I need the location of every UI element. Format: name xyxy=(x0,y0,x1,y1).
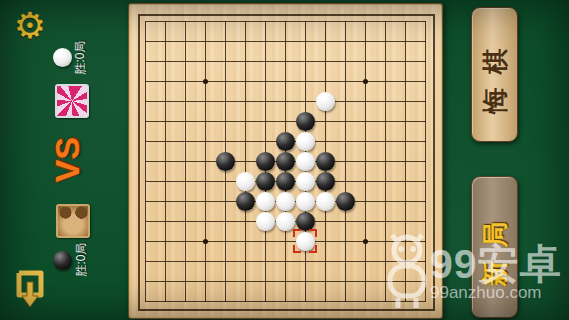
new-game-button[interactable]: 新局 xyxy=(471,176,518,318)
stone-black xyxy=(276,132,295,151)
stone-white xyxy=(296,152,315,171)
stone-black xyxy=(276,172,295,191)
star-point xyxy=(203,239,208,244)
stone-white xyxy=(296,232,315,251)
star-point xyxy=(203,79,208,84)
stone-white xyxy=(236,172,255,191)
stone-white xyxy=(296,172,315,191)
stone-white xyxy=(256,192,275,211)
stone-white xyxy=(256,212,275,231)
stone-black xyxy=(316,152,335,171)
gomoku-board[interactable] xyxy=(128,3,443,319)
vs-label: VS xyxy=(36,127,100,191)
stone-white xyxy=(296,192,315,211)
player-bottom-record-label: 胜:0局 xyxy=(72,242,89,276)
player-top-record: 胜:0局 xyxy=(57,34,103,80)
stone-black xyxy=(296,212,315,231)
stone-black xyxy=(316,172,335,191)
stone-white xyxy=(276,212,295,231)
stone-black xyxy=(236,192,255,211)
stone-black xyxy=(336,192,355,211)
stone-black xyxy=(296,112,315,131)
stone-black xyxy=(256,172,275,191)
new-game-label: 新局 xyxy=(477,208,512,286)
settings-gear-icon[interactable]: ⚙ xyxy=(8,4,52,48)
stone-black xyxy=(216,152,235,171)
game-screen: ⚙ 胜:0局 VS 胜:0局 悔棋 新局 xyxy=(0,0,569,320)
star-point xyxy=(363,79,368,84)
vs-text: VS xyxy=(48,136,87,181)
stone-white xyxy=(296,132,315,151)
player-top-record-label: 胜:0局 xyxy=(71,40,88,74)
player-top-avatar xyxy=(55,84,89,118)
stone-white xyxy=(276,192,295,211)
stone-white xyxy=(316,92,335,111)
player-bottom-avatar xyxy=(56,204,90,238)
undo-move-button[interactable]: 悔棋 xyxy=(471,7,518,142)
undo-move-label: 悔棋 xyxy=(477,36,512,114)
stone-black xyxy=(256,152,275,171)
player-bottom-record: 胜:0局 xyxy=(58,236,104,282)
exit-arrow-icon[interactable] xyxy=(12,268,48,310)
star-point xyxy=(363,239,368,244)
stone-white xyxy=(316,192,335,211)
stone-black xyxy=(276,152,295,171)
